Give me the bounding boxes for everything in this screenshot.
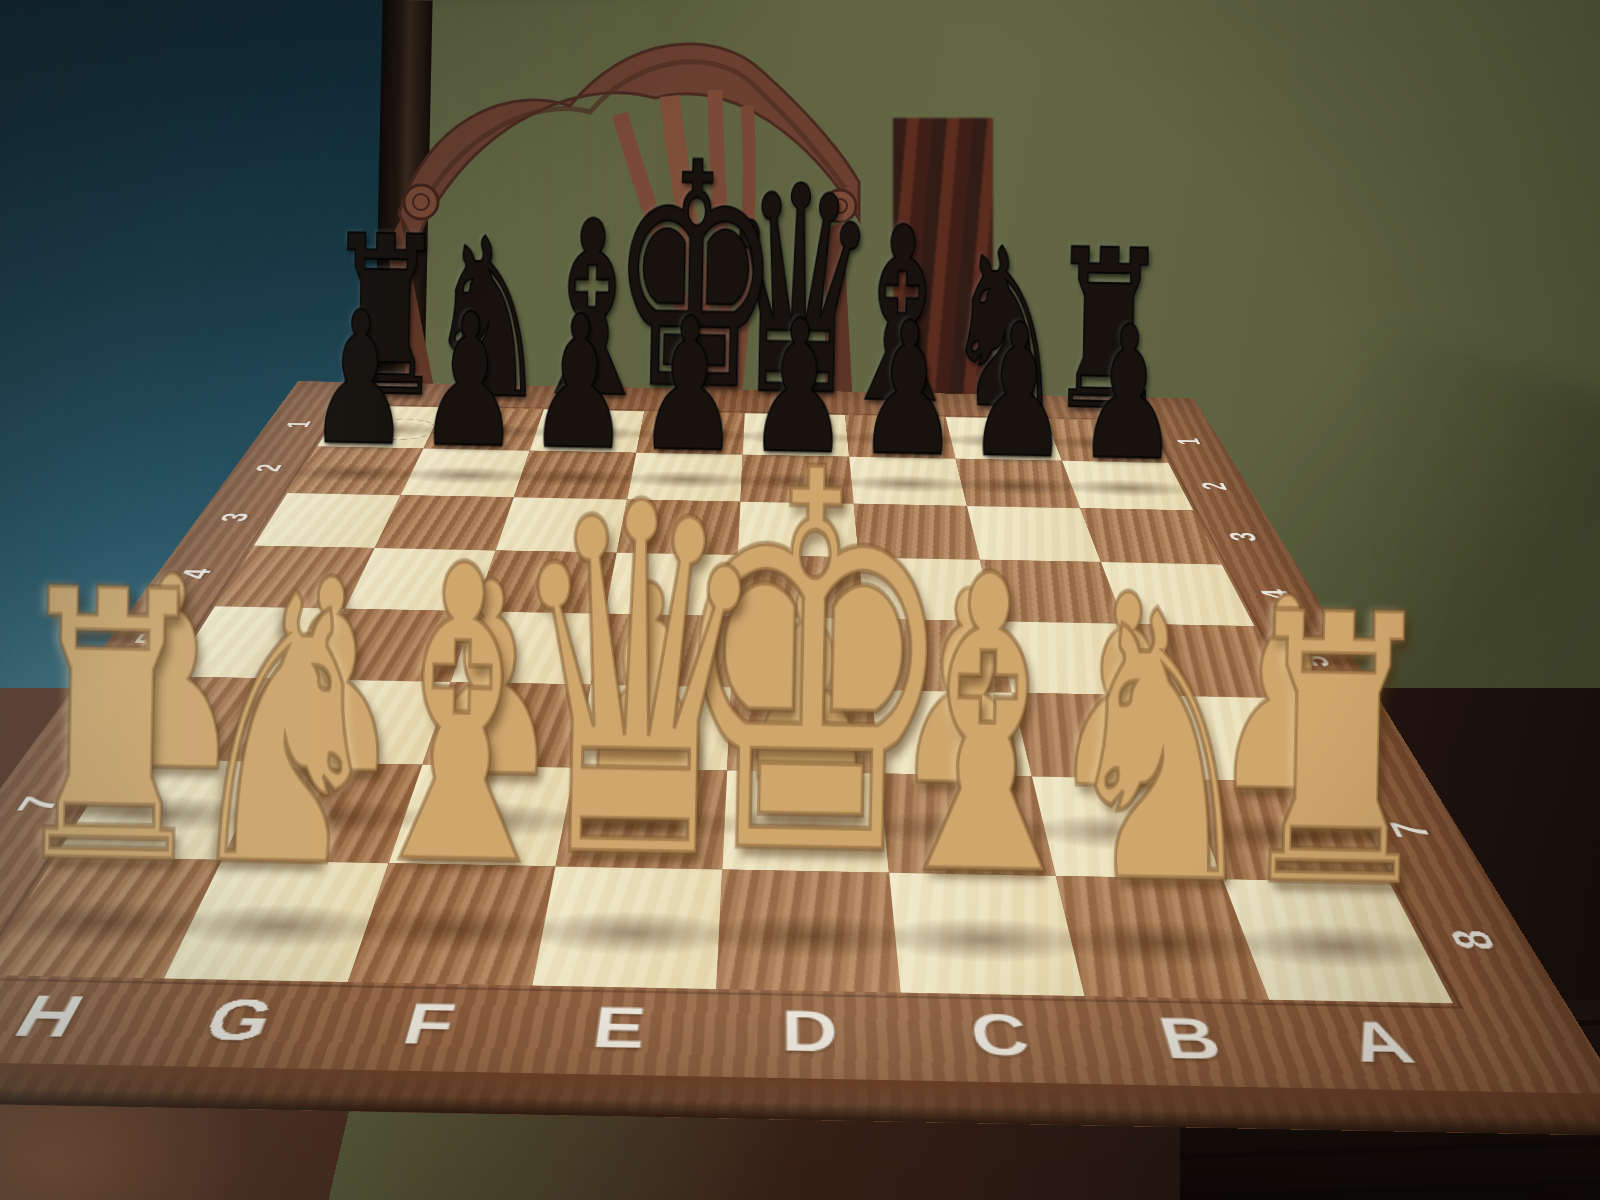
label-file-H: H — [0, 983, 160, 1051]
label-file-B: B — [1087, 1005, 1298, 1074]
label-file-A: A — [1272, 1008, 1492, 1078]
board-tilt-wrapper: HGFEDCBA1234567812345678♜♞♝♚♛♝♞♜♟♟♟♟♟♟♟♟… — [0, 0, 1600, 1200]
label-file-E: E — [518, 994, 716, 1063]
photo-scene: HGFEDCBA1234567812345678♜♞♝♚♛♝♞♜♟♟♟♟♟♟♟♟… — [0, 0, 1600, 1200]
piece-black-pawn-h2: ♟ — [301, 286, 418, 471]
label-rank-right-2: 2 — [1190, 476, 1238, 496]
label-file-F: F — [323, 990, 531, 1059]
piece-black-pawn-a2: ♟ — [1069, 300, 1186, 485]
board-perspective: HGFEDCBA1234567812345678♜♞♝♚♛♝♞♜♟♟♟♟♟♟♟♟… — [0, 0, 1600, 1200]
label-file-D: D — [713, 997, 908, 1066]
label-file-G: G — [128, 987, 345, 1055]
chess-board: HGFEDCBA1234567812345678♜♞♝♚♛♝♞♜♟♟♟♟♟♟♟♟… — [0, 381, 1600, 1136]
label-rank-left-2: 2 — [244, 458, 294, 478]
label-file-C: C — [901, 1001, 1102, 1070]
piece-white-rook-h8: ♜ — [0, 541, 229, 917]
